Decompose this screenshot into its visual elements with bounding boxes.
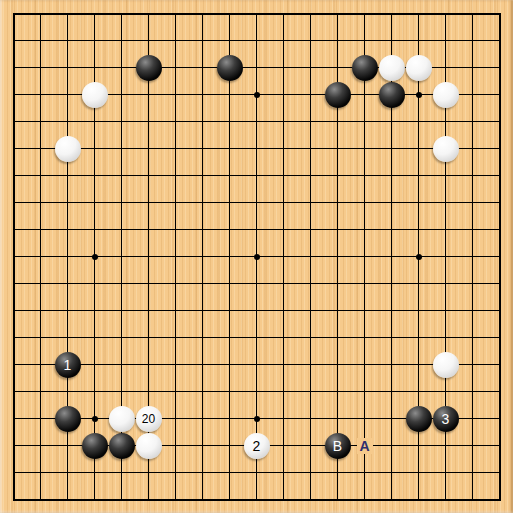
stone-white[interactable] [433,136,459,162]
stone-black[interactable]: B [325,433,351,459]
grid-line-horizontal [13,364,501,365]
stone-white[interactable] [406,55,432,81]
move-number-label: 20 [142,413,155,425]
star-point [254,92,260,98]
grid-line-vertical [310,13,311,501]
move-number-label: 1 [64,358,72,372]
stone-white[interactable] [55,136,81,162]
stone-white[interactable] [379,55,405,81]
stone-black[interactable] [82,433,108,459]
stone-black[interactable] [379,82,405,108]
stone-white[interactable] [136,433,162,459]
stone-white[interactable] [433,352,459,378]
grid-line-horizontal [13,499,501,501]
point-letter-marker[interactable]: A [357,438,373,454]
grid-line-vertical [499,13,501,501]
stone-white[interactable]: 2 [244,433,270,459]
stone-black[interactable]: 1 [55,352,81,378]
star-point [416,254,422,260]
star-point [92,416,98,422]
grid-line-horizontal [13,337,501,338]
grid-line-vertical [472,13,473,501]
stone-black[interactable] [109,433,135,459]
grid-line-vertical [283,13,284,501]
grid-line-horizontal [13,283,501,284]
star-point [92,254,98,260]
stone-black[interactable]: 3 [433,406,459,432]
star-point [254,416,260,422]
grid-line-horizontal [13,310,501,311]
stone-black[interactable] [406,406,432,432]
stone-black[interactable] [217,55,243,81]
grid-line-vertical [364,13,365,501]
go-board: 13B202 A [0,0,513,513]
star-point [416,92,422,98]
grid-line-horizontal [13,391,501,392]
grid-line-horizontal [13,472,501,473]
stone-black[interactable] [325,82,351,108]
move-number-label: 3 [442,412,450,426]
stone-black[interactable] [136,55,162,81]
stone-black[interactable] [55,406,81,432]
stone-white[interactable] [433,82,459,108]
move-number-label: 2 [253,439,261,453]
star-point [254,254,260,260]
stone-white[interactable] [82,82,108,108]
move-number-label: B [333,439,342,453]
stone-black[interactable] [352,55,378,81]
stone-white[interactable]: 20 [136,406,162,432]
stone-white[interactable] [109,406,135,432]
